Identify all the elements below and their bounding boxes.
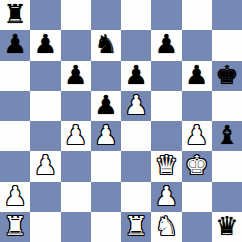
piece-black-bishop-h4: ♝ — [215, 121, 238, 150]
square-f6[interactable] — [151, 61, 181, 91]
square-c4[interactable]: ♟ — [61, 121, 91, 151]
square-f7[interactable]: ♟ — [151, 30, 181, 60]
piece-white-pawn-a2: ♟ — [3, 182, 26, 211]
square-d6[interactable] — [91, 61, 121, 91]
piece-white-pawn-f2: ♟ — [155, 182, 178, 211]
piece-white-king-g3: ♚ — [185, 151, 208, 180]
piece-black-king-h6: ♚ — [215, 61, 238, 90]
square-h4[interactable]: ♝ — [212, 121, 242, 151]
square-a5[interactable] — [0, 91, 30, 121]
piece-white-queen-f3: ♛ — [155, 151, 178, 180]
piece-black-knight-d7: ♞ — [94, 30, 117, 59]
piece-black-pawn-d5: ♟ — [94, 91, 117, 120]
square-g5[interactable] — [182, 91, 212, 121]
square-g8[interactable] — [182, 0, 212, 30]
square-b3[interactable]: ♟ — [30, 151, 60, 181]
square-a8[interactable]: ♜ — [0, 0, 30, 30]
square-f8[interactable] — [151, 0, 181, 30]
square-a6[interactable] — [0, 61, 30, 91]
square-h6[interactable]: ♚ — [212, 61, 242, 91]
square-h2[interactable] — [212, 182, 242, 212]
square-b1[interactable] — [30, 212, 60, 242]
square-h7[interactable] — [212, 30, 242, 60]
piece-white-knight-f1: ♞ — [155, 212, 178, 241]
square-g4[interactable]: ♟ — [182, 121, 212, 151]
piece-white-pawn-d4: ♟ — [94, 121, 117, 150]
piece-black-queen-h1: ♛ — [215, 212, 238, 241]
square-c3[interactable] — [61, 151, 91, 181]
piece-black-pawn-a7: ♟ — [3, 30, 26, 59]
square-c8[interactable] — [61, 0, 91, 30]
square-c6[interactable]: ♟ — [61, 61, 91, 91]
square-e2[interactable] — [121, 182, 151, 212]
square-b5[interactable] — [30, 91, 60, 121]
piece-white-pawn-e5: ♟ — [124, 91, 147, 120]
square-b7[interactable]: ♟ — [30, 30, 60, 60]
square-e5[interactable]: ♟ — [121, 91, 151, 121]
square-d3[interactable] — [91, 151, 121, 181]
square-g7[interactable] — [182, 30, 212, 60]
square-g6[interactable]: ♟ — [182, 61, 212, 91]
piece-black-pawn-c6: ♟ — [64, 61, 87, 90]
square-e6[interactable]: ♟ — [121, 61, 151, 91]
piece-black-pawn-g6: ♟ — [185, 61, 208, 90]
square-e8[interactable] — [121, 0, 151, 30]
square-h8[interactable] — [212, 0, 242, 30]
square-e1[interactable]: ♜ — [121, 212, 151, 242]
square-g2[interactable] — [182, 182, 212, 212]
piece-black-pawn-f7: ♟ — [155, 30, 178, 59]
square-a2[interactable]: ♟ — [0, 182, 30, 212]
square-d2[interactable] — [91, 182, 121, 212]
square-d5[interactable]: ♟ — [91, 91, 121, 121]
chess-board: ♜♟♟♞♟♟♟♟♚♟♟♟♟♟♝♟♛♚♟♟♜♜♞♛ — [0, 0, 242, 242]
piece-white-pawn-c4: ♟ — [64, 121, 87, 150]
square-g3[interactable]: ♚ — [182, 151, 212, 181]
square-c5[interactable] — [61, 91, 91, 121]
square-b8[interactable] — [30, 0, 60, 30]
square-c7[interactable] — [61, 30, 91, 60]
square-b2[interactable] — [30, 182, 60, 212]
square-h5[interactable] — [212, 91, 242, 121]
piece-white-pawn-g4: ♟ — [185, 121, 208, 150]
square-d4[interactable]: ♟ — [91, 121, 121, 151]
piece-white-rook-a1: ♜ — [3, 212, 26, 241]
square-f2[interactable]: ♟ — [151, 182, 181, 212]
square-d8[interactable] — [91, 0, 121, 30]
square-b4[interactable] — [30, 121, 60, 151]
square-c1[interactable] — [61, 212, 91, 242]
square-d7[interactable]: ♞ — [91, 30, 121, 60]
square-f3[interactable]: ♛ — [151, 151, 181, 181]
square-c2[interactable] — [61, 182, 91, 212]
square-a4[interactable] — [0, 121, 30, 151]
square-f5[interactable] — [151, 91, 181, 121]
square-e7[interactable] — [121, 30, 151, 60]
square-h1[interactable]: ♛ — [212, 212, 242, 242]
square-a1[interactable]: ♜ — [0, 212, 30, 242]
square-a7[interactable]: ♟ — [0, 30, 30, 60]
square-b6[interactable] — [30, 61, 60, 91]
square-f4[interactable] — [151, 121, 181, 151]
piece-black-rook-a8: ♜ — [3, 0, 26, 29]
square-g1[interactable] — [182, 212, 212, 242]
piece-black-pawn-b7: ♟ — [34, 30, 57, 59]
square-e4[interactable] — [121, 121, 151, 151]
piece-black-pawn-e6: ♟ — [124, 61, 147, 90]
piece-white-rook-e1: ♜ — [124, 212, 147, 241]
square-f1[interactable]: ♞ — [151, 212, 181, 242]
square-d1[interactable] — [91, 212, 121, 242]
square-e3[interactable] — [121, 151, 151, 181]
piece-white-pawn-b3: ♟ — [34, 151, 57, 180]
square-h3[interactable] — [212, 151, 242, 181]
square-a3[interactable] — [0, 151, 30, 181]
